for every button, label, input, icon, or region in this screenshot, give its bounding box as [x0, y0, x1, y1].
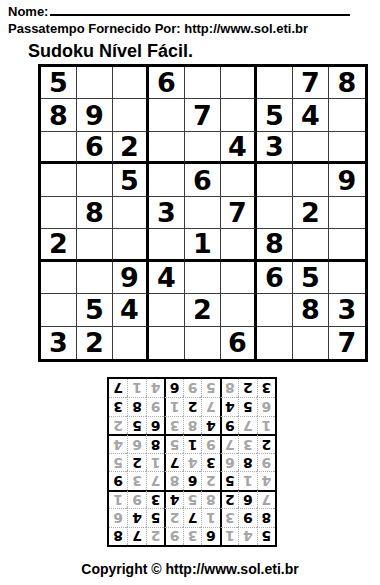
cell-r2c4[interactable] — [149, 99, 185, 131]
cell-r8c8: 8 — [293, 294, 329, 326]
cell-r9c9: 7 — [329, 327, 365, 359]
cell-r5c1[interactable] — [41, 197, 77, 229]
solution-cell-r1c2: 4 — [238, 527, 256, 545]
cell-r5c2: 8 — [77, 197, 113, 229]
sudoku-solution-grid-rotated: 5416392788931725467628543914152687399863… — [107, 377, 277, 547]
solution-cell-r9c6: 6 — [164, 379, 182, 397]
cell-r7c8: 5 — [293, 262, 329, 294]
cell-r3c9[interactable] — [329, 132, 365, 164]
cell-r4c1[interactable] — [41, 164, 77, 196]
cell-r2c7: 5 — [257, 99, 293, 131]
solution-cell-r1c5: 3 — [183, 527, 201, 545]
cell-r6c4[interactable] — [149, 229, 185, 261]
cell-r9c7[interactable] — [257, 327, 293, 359]
copyright-line: Copyright © http://www.sol.eti.br — [0, 561, 380, 577]
cell-r9c3[interactable] — [113, 327, 149, 359]
solution-cell-r9c8: 1 — [127, 379, 145, 397]
cell-r3c1[interactable] — [41, 132, 77, 164]
cell-r9c2: 2 — [77, 327, 113, 359]
cell-r5c3[interactable] — [113, 197, 149, 229]
solution-cell-r3c2: 6 — [238, 490, 256, 508]
cell-r2c1: 8 — [41, 99, 77, 131]
cell-r1c3[interactable] — [113, 67, 149, 99]
solution-cell-r5c3: 6 — [220, 453, 238, 471]
cell-r6c9[interactable] — [329, 229, 365, 261]
solution-cell-r1c4: 6 — [201, 527, 219, 545]
cell-r2c5: 7 — [185, 99, 221, 131]
solution-cell-r5c9: 5 — [109, 453, 127, 471]
cell-r3c3: 2 — [113, 132, 149, 164]
cell-r3c5[interactable] — [185, 132, 221, 164]
sudoku-worksheet-page: Nome: Passatempo Fornecido Por: http://w… — [0, 0, 380, 585]
cell-r6c2[interactable] — [77, 229, 113, 261]
cell-r6c1: 2 — [41, 229, 77, 261]
cell-r4c3: 5 — [113, 164, 149, 196]
cell-r1c6[interactable] — [221, 67, 257, 99]
solution-cell-r9c4: 5 — [201, 379, 219, 397]
solution-cell-r5c6: 7 — [164, 453, 182, 471]
cell-r9c5[interactable] — [185, 327, 221, 359]
cell-r5c7[interactable] — [257, 197, 293, 229]
solution-cell-r8c9: 3 — [109, 397, 127, 415]
solution-cell-r4c1: 4 — [257, 471, 275, 489]
cell-r7c6[interactable] — [221, 262, 257, 294]
solution-cell-r4c4: 2 — [201, 471, 219, 489]
cell-r5c6: 7 — [221, 197, 257, 229]
solution-cell-r6c5: 1 — [183, 434, 201, 452]
cell-r4c8[interactable] — [293, 164, 329, 196]
solution-cell-r3c3: 2 — [220, 490, 238, 508]
solution-cell-r1c3: 1 — [220, 527, 238, 545]
solution-cell-r1c6: 9 — [164, 527, 182, 545]
solution-cell-r2c7: 5 — [146, 508, 164, 526]
cell-r5c8: 2 — [293, 197, 329, 229]
cell-r9c8[interactable] — [293, 327, 329, 359]
name-underline — [50, 2, 350, 16]
solution-cell-r7c4: 4 — [201, 416, 219, 434]
cell-r6c3[interactable] — [113, 229, 149, 261]
cell-r6c8[interactable] — [293, 229, 329, 261]
provider-line: Passatempo Fornecido Por: http://www.sol… — [8, 21, 308, 36]
solution-cell-r4c8: 3 — [127, 471, 145, 489]
solution-cell-r1c7: 2 — [146, 527, 164, 545]
solution-cell-r9c3: 8 — [220, 379, 238, 397]
solution-cell-r1c1: 5 — [257, 527, 275, 545]
cell-r7c7: 6 — [257, 262, 293, 294]
solution-cell-r4c5: 6 — [183, 471, 201, 489]
cell-r9c4[interactable] — [149, 327, 185, 359]
sudoku-grid: 567889754624356983722189465542833267 — [38, 64, 368, 362]
solution-cell-r6c3: 7 — [220, 434, 238, 452]
solution-cell-r7c3: 9 — [220, 416, 238, 434]
solution-cell-r9c2: 2 — [238, 379, 256, 397]
solution-cell-r7c7: 6 — [146, 416, 164, 434]
solution-cell-r6c7: 8 — [146, 434, 164, 452]
solution-cell-r8c2: 5 — [238, 397, 256, 415]
solution-cell-r2c3: 3 — [220, 508, 238, 526]
solution-cell-r9c5: 9 — [183, 379, 201, 397]
cell-r5c9[interactable] — [329, 197, 365, 229]
solution-cell-r2c2: 9 — [238, 508, 256, 526]
cell-r4c4[interactable] — [149, 164, 185, 196]
cell-r7c2[interactable] — [77, 262, 113, 294]
solution-cell-r6c9: 4 — [109, 434, 127, 452]
solution-cell-r5c1: 9 — [257, 453, 275, 471]
solution-cell-r4c7: 7 — [146, 471, 164, 489]
solution-cell-r7c8: 5 — [127, 416, 145, 434]
solution-cell-r5c2: 8 — [238, 453, 256, 471]
cell-r3c8[interactable] — [293, 132, 329, 164]
solution-cell-r2c6: 2 — [164, 508, 182, 526]
cell-r8c2: 5 — [77, 294, 113, 326]
cell-r1c2[interactable] — [77, 67, 113, 99]
solution-cell-r9c9: 7 — [109, 379, 127, 397]
cell-r2c2: 9 — [77, 99, 113, 131]
solution-cell-r3c6: 4 — [164, 490, 182, 508]
cell-r1c9: 8 — [329, 67, 365, 99]
solution-cell-r3c9: 1 — [109, 490, 127, 508]
solution-cell-r7c2: 7 — [238, 416, 256, 434]
solution-cell-r7c6: 3 — [164, 416, 182, 434]
solution-cell-r8c8: 8 — [127, 397, 145, 415]
solution-cell-r7c5: 8 — [183, 416, 201, 434]
solution-cell-r3c1: 7 — [257, 490, 275, 508]
solution-cell-r7c9: 2 — [109, 416, 127, 434]
cell-r8c4[interactable] — [149, 294, 185, 326]
page-title: Sudoku Nível Fácil. — [28, 41, 193, 62]
solution-cell-r2c5: 7 — [183, 508, 201, 526]
solution-cell-r8c6: 1 — [164, 397, 182, 415]
solution-cell-r3c5: 5 — [183, 490, 201, 508]
cell-r8c3: 4 — [113, 294, 149, 326]
solution-cell-r2c1: 8 — [257, 508, 275, 526]
cell-r3c4[interactable] — [149, 132, 185, 164]
cell-r6c6[interactable] — [221, 229, 257, 261]
cell-r4c9: 9 — [329, 164, 365, 196]
cell-r5c4: 3 — [149, 197, 185, 229]
solution-cell-r6c4: 9 — [201, 434, 219, 452]
cell-r2c9[interactable] — [329, 99, 365, 131]
cell-r6c5: 1 — [185, 229, 221, 261]
name-label: Nome: — [8, 4, 48, 19]
cell-r7c4: 4 — [149, 262, 185, 294]
solution-cell-r2c4: 1 — [201, 508, 219, 526]
cell-r1c1: 5 — [41, 67, 77, 99]
cell-r3c7: 3 — [257, 132, 293, 164]
solution-cell-r7c1: 1 — [257, 416, 275, 434]
solution-cell-r8c4: 7 — [201, 397, 219, 415]
cell-r1c8: 7 — [293, 67, 329, 99]
cell-r9c1: 3 — [41, 327, 77, 359]
name-row: Nome: — [8, 2, 350, 20]
solution-cell-r4c3: 5 — [220, 471, 238, 489]
cell-r8c7[interactable] — [257, 294, 293, 326]
cell-r7c5[interactable] — [185, 262, 221, 294]
solution-cell-r8c3: 4 — [220, 397, 238, 415]
solution-cell-r4c9: 9 — [109, 471, 127, 489]
solution-cell-r1c8: 7 — [127, 527, 145, 545]
solution-cell-r5c4: 3 — [201, 453, 219, 471]
cell-r5c5[interactable] — [185, 197, 221, 229]
cell-r3c2: 6 — [77, 132, 113, 164]
cell-r2c8: 4 — [293, 99, 329, 131]
cell-r1c4: 6 — [149, 67, 185, 99]
cell-r1c5[interactable] — [185, 67, 221, 99]
cell-r7c1[interactable] — [41, 262, 77, 294]
solution-cell-r4c6: 8 — [164, 471, 182, 489]
solution-cell-r1c9: 8 — [109, 527, 127, 545]
solution-cell-r8c5: 2 — [183, 397, 201, 415]
cell-r8c6[interactable] — [221, 294, 257, 326]
cell-r7c9[interactable] — [329, 262, 365, 294]
solution-cell-r9c7: 4 — [146, 379, 164, 397]
solution-cell-r9c1: 3 — [257, 379, 275, 397]
solution-cell-r3c4: 8 — [201, 490, 219, 508]
solution-cell-r6c6: 5 — [164, 434, 182, 452]
solution-cell-r8c1: 6 — [257, 397, 275, 415]
cell-r4c2[interactable] — [77, 164, 113, 196]
solution-cell-r5c8: 2 — [127, 453, 145, 471]
cell-r8c9: 3 — [329, 294, 365, 326]
solution-cell-r2c8: 4 — [127, 508, 145, 526]
cell-r4c7[interactable] — [257, 164, 293, 196]
cell-r1c7[interactable] — [257, 67, 293, 99]
solution-cell-r8c7: 9 — [146, 397, 164, 415]
solution-cell-r6c2: 3 — [238, 434, 256, 452]
solution-cell-r5c5: 4 — [183, 453, 201, 471]
cell-r4c6[interactable] — [221, 164, 257, 196]
solution-cell-r6c8: 6 — [127, 434, 145, 452]
cell-r2c3[interactable] — [113, 99, 149, 131]
cell-r7c3: 9 — [113, 262, 149, 294]
solution-cell-r3c7: 3 — [146, 490, 164, 508]
solution-cell-r3c8: 9 — [127, 490, 145, 508]
cell-r3c6: 4 — [221, 132, 257, 164]
cell-r2c6[interactable] — [221, 99, 257, 131]
cell-r9c6: 6 — [221, 327, 257, 359]
cell-r8c1[interactable] — [41, 294, 77, 326]
cell-r4c5: 6 — [185, 164, 221, 196]
solution-cell-r5c7: 1 — [146, 453, 164, 471]
cell-r8c5: 2 — [185, 294, 221, 326]
solution-cell-r4c2: 1 — [238, 471, 256, 489]
cell-r6c7: 8 — [257, 229, 293, 261]
solution-cell-r6c1: 2 — [257, 434, 275, 452]
solution-cell-r2c9: 6 — [109, 508, 127, 526]
